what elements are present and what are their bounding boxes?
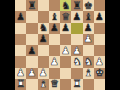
square-d6[interactable]: ♟ — [49, 23, 60, 34]
piece-black-p-f7[interactable]: ♟ — [72, 11, 81, 21]
square-a4[interactable] — [15, 45, 26, 56]
piece-white-p-h3[interactable]: ♟ — [95, 56, 104, 66]
piece-black-k-g8[interactable]: ♚ — [84, 0, 93, 10]
piece-black-n-c6[interactable]: ♞ — [39, 23, 48, 33]
square-e5[interactable] — [60, 34, 71, 45]
square-e1[interactable] — [60, 79, 71, 90]
piece-black-r-f8[interactable]: ♜ — [72, 0, 81, 10]
piece-black-p-a7[interactable]: ♟ — [16, 11, 25, 21]
square-g3[interactable]: ♞ — [83, 56, 94, 67]
square-f6[interactable] — [71, 23, 82, 34]
square-b8[interactable]: ♜ — [26, 0, 37, 11]
square-b1[interactable] — [26, 79, 37, 90]
square-a5[interactable] — [15, 34, 26, 45]
square-a8[interactable] — [15, 0, 26, 11]
square-d2[interactable] — [49, 68, 60, 79]
square-c1[interactable]: ♝ — [38, 79, 49, 90]
square-b5[interactable] — [26, 34, 37, 45]
square-c5[interactable]: ♟ — [38, 34, 49, 45]
piece-black-p-c5[interactable]: ♟ — [39, 34, 48, 44]
letterbox-right — [105, 0, 120, 90]
square-e4[interactable]: ♟ — [60, 45, 71, 56]
square-a7[interactable]: ♟ — [15, 11, 26, 22]
screenshot-frame: ♜♞♜♚♟♝♛♟♝♟♞♟♟♟♟♟♟♟♟♟♞♞♟♟♟♟♝♚♜♝♛♜ — [0, 0, 120, 90]
square-h8[interactable] — [94, 0, 105, 11]
piece-black-p-e6[interactable]: ♟ — [61, 23, 70, 33]
square-d1[interactable]: ♛ — [49, 79, 60, 90]
square-e2[interactable] — [60, 68, 71, 79]
square-c7[interactable] — [38, 11, 49, 22]
square-h6[interactable] — [94, 23, 105, 34]
piece-black-p-h7[interactable]: ♟ — [95, 11, 104, 21]
square-g1[interactable] — [83, 79, 94, 90]
piece-white-p-g5[interactable]: ♟ — [84, 34, 93, 44]
square-b7[interactable] — [26, 11, 37, 22]
square-h2[interactable]: ♚ — [94, 68, 105, 79]
square-g7[interactable]: ♝ — [83, 11, 94, 22]
square-f2[interactable] — [71, 68, 82, 79]
piece-black-n-e8[interactable]: ♞ — [61, 0, 70, 10]
square-a6[interactable] — [15, 23, 26, 34]
piece-black-b-d7[interactable]: ♝ — [50, 11, 59, 21]
square-f8[interactable]: ♜ — [71, 0, 82, 11]
square-b4[interactable]: ♟ — [26, 45, 37, 56]
piece-white-b-g2[interactable]: ♝ — [84, 68, 93, 78]
square-c4[interactable] — [38, 45, 49, 56]
square-c6[interactable]: ♞ — [38, 23, 49, 34]
piece-black-b-g7[interactable]: ♝ — [84, 11, 93, 21]
square-d7[interactable]: ♝ — [49, 11, 60, 22]
piece-black-r-b8[interactable]: ♜ — [27, 0, 36, 10]
square-f3[interactable]: ♞ — [71, 56, 82, 67]
piece-black-p-g6[interactable]: ♟ — [84, 23, 93, 33]
piece-white-q-d1[interactable]: ♛ — [50, 79, 59, 89]
square-d4[interactable] — [49, 45, 60, 56]
piece-black-q-e7[interactable]: ♛ — [61, 11, 70, 21]
square-g4[interactable] — [83, 45, 94, 56]
square-e7[interactable]: ♛ — [60, 11, 71, 22]
piece-white-p-e4[interactable]: ♟ — [61, 45, 70, 55]
square-f5[interactable] — [71, 34, 82, 45]
square-a2[interactable]: ♟ — [15, 68, 26, 79]
square-e3[interactable] — [60, 56, 71, 67]
square-c8[interactable] — [38, 0, 49, 11]
square-g2[interactable]: ♝ — [83, 68, 94, 79]
square-h7[interactable]: ♟ — [94, 11, 105, 22]
piece-white-p-a2[interactable]: ♟ — [16, 68, 25, 78]
square-e6[interactable]: ♟ — [60, 23, 71, 34]
piece-white-r-f1[interactable]: ♜ — [72, 79, 81, 89]
piece-black-p-b4[interactable]: ♟ — [27, 45, 36, 55]
square-b6[interactable] — [26, 23, 37, 34]
square-a1[interactable]: ♜ — [15, 79, 26, 90]
square-f4[interactable]: ♟ — [71, 45, 82, 56]
piece-white-n-g3[interactable]: ♞ — [84, 56, 93, 66]
piece-white-p-b2[interactable]: ♟ — [27, 68, 36, 78]
square-h1[interactable] — [94, 79, 105, 90]
piece-white-p-f4[interactable]: ♟ — [72, 45, 81, 55]
square-g6[interactable]: ♟ — [83, 23, 94, 34]
square-e8[interactable]: ♞ — [60, 0, 71, 11]
piece-white-n-f3[interactable]: ♞ — [72, 56, 81, 66]
square-b2[interactable]: ♟ — [26, 68, 37, 79]
square-g8[interactable]: ♚ — [83, 0, 94, 11]
square-d3[interactable]: ♟ — [49, 56, 60, 67]
square-f7[interactable]: ♟ — [71, 11, 82, 22]
piece-white-b-c1[interactable]: ♝ — [39, 79, 48, 89]
square-h4[interactable] — [94, 45, 105, 56]
square-a3[interactable] — [15, 56, 26, 67]
square-b3[interactable] — [26, 56, 37, 67]
piece-white-k-h2[interactable]: ♚ — [95, 68, 104, 78]
square-c3[interactable] — [38, 56, 49, 67]
piece-white-p-c2[interactable]: ♟ — [39, 68, 48, 78]
square-d8[interactable] — [49, 0, 60, 11]
piece-black-p-d6[interactable]: ♟ — [50, 23, 59, 33]
square-f1[interactable]: ♜ — [71, 79, 82, 90]
chess-board[interactable]: ♜♞♜♚♟♝♛♟♝♟♞♟♟♟♟♟♟♟♟♟♞♞♟♟♟♟♝♚♜♝♛♜ — [15, 0, 105, 90]
square-g5[interactable]: ♟ — [83, 34, 94, 45]
square-c2[interactable]: ♟ — [38, 68, 49, 79]
square-h5[interactable] — [94, 34, 105, 45]
piece-white-r-a1[interactable]: ♜ — [16, 79, 25, 89]
piece-white-p-d3[interactable]: ♟ — [50, 56, 59, 66]
square-d5[interactable] — [49, 34, 60, 45]
letterbox-left — [0, 0, 15, 90]
square-h3[interactable]: ♟ — [94, 56, 105, 67]
